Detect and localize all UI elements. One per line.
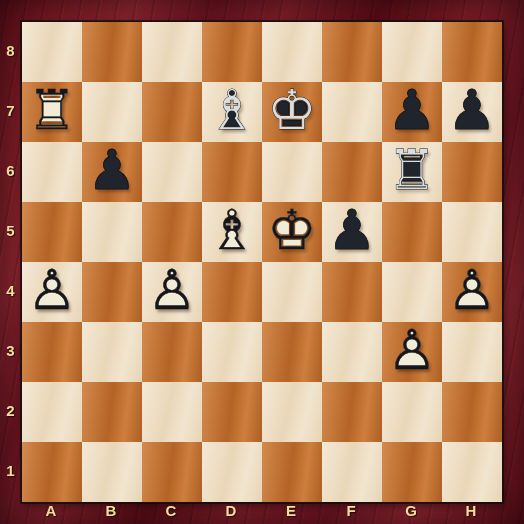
file-label-d: D xyxy=(201,501,261,524)
rank-label-6: 6 xyxy=(0,141,21,201)
square-c8[interactable] xyxy=(142,22,202,82)
square-b6[interactable]: ♟ xyxy=(82,142,142,202)
black-pawn-h7[interactable]: ♟ xyxy=(442,80,502,140)
square-f7[interactable] xyxy=(322,82,382,142)
square-a5[interactable] xyxy=(22,202,82,262)
black-pawn-f5[interactable]: ♟ xyxy=(322,200,382,260)
white-pawn-g3[interactable]: ♟ xyxy=(382,320,442,380)
rank-label-3: 3 xyxy=(0,321,21,381)
white-rook-a7[interactable]: ♜ xyxy=(22,80,82,140)
square-c1[interactable] xyxy=(142,442,202,502)
square-c6[interactable] xyxy=(142,142,202,202)
rank-label-1: 1 xyxy=(0,441,21,501)
piece-outline: ♙ xyxy=(382,320,442,380)
square-b8[interactable] xyxy=(82,22,142,82)
square-f1[interactable] xyxy=(322,442,382,502)
square-g2[interactable] xyxy=(382,382,442,442)
square-f5[interactable]: ♟ xyxy=(322,202,382,262)
square-e6[interactable] xyxy=(262,142,322,202)
file-label-c: C xyxy=(141,501,201,524)
rank-labels: 87654321 xyxy=(0,21,21,501)
black-rook-g6[interactable]: ♜ xyxy=(382,140,442,200)
piece-outline: ♗ xyxy=(202,200,262,260)
file-label-f: F xyxy=(321,501,381,524)
square-f3[interactable] xyxy=(322,322,382,382)
square-h7[interactable]: ♟ xyxy=(442,82,502,142)
square-g6[interactable]: ♜♖ xyxy=(382,142,442,202)
piece-outline: ♗ xyxy=(202,80,262,140)
square-g3[interactable]: ♟♙ xyxy=(382,322,442,382)
square-f2[interactable] xyxy=(322,382,382,442)
square-a1[interactable] xyxy=(22,442,82,502)
file-label-b: B xyxy=(81,501,141,524)
file-label-h: H xyxy=(441,501,501,524)
square-c3[interactable] xyxy=(142,322,202,382)
rank-label-2: 2 xyxy=(0,381,21,441)
square-b3[interactable] xyxy=(82,322,142,382)
black-king-e7[interactable]: ♚ xyxy=(262,80,322,140)
piece-outline: ♙ xyxy=(442,260,502,320)
piece-outline: ♔ xyxy=(262,200,322,260)
black-bishop-d7[interactable]: ♝ xyxy=(202,80,262,140)
piece-outline: ♙ xyxy=(142,260,202,320)
square-g1[interactable] xyxy=(382,442,442,502)
square-c7[interactable] xyxy=(142,82,202,142)
square-f6[interactable] xyxy=(322,142,382,202)
square-b4[interactable] xyxy=(82,262,142,322)
square-a7[interactable]: ♜♖ xyxy=(22,82,82,142)
square-e1[interactable] xyxy=(262,442,322,502)
square-f4[interactable] xyxy=(322,262,382,322)
square-a6[interactable] xyxy=(22,142,82,202)
square-c5[interactable] xyxy=(142,202,202,262)
square-d3[interactable] xyxy=(202,322,262,382)
square-e2[interactable] xyxy=(262,382,322,442)
black-pawn-g7[interactable]: ♟ xyxy=(382,80,442,140)
board[interactable]: ♜♖♝♗♚♔♟♟♟♜♖♝♗♚♔♟♟♙♟♙♟♙♟♙ xyxy=(21,21,503,503)
file-label-a: A xyxy=(21,501,81,524)
square-a8[interactable] xyxy=(22,22,82,82)
square-a3[interactable] xyxy=(22,322,82,382)
piece-outline: ♙ xyxy=(22,260,82,320)
piece-outline: ♔ xyxy=(262,80,322,140)
rank-label-8: 8 xyxy=(0,21,21,81)
square-d2[interactable] xyxy=(202,382,262,442)
rank-label-4: 4 xyxy=(0,261,21,321)
square-h3[interactable] xyxy=(442,322,502,382)
white-pawn-a4[interactable]: ♟ xyxy=(22,260,82,320)
square-c2[interactable] xyxy=(142,382,202,442)
square-d5[interactable]: ♝♗ xyxy=(202,202,262,262)
square-b2[interactable] xyxy=(82,382,142,442)
white-king-e5[interactable]: ♚ xyxy=(262,200,322,260)
white-bishop-d5[interactable]: ♝ xyxy=(202,200,262,260)
square-d1[interactable] xyxy=(202,442,262,502)
square-f8[interactable] xyxy=(322,22,382,82)
square-g7[interactable]: ♟ xyxy=(382,82,442,142)
square-e5[interactable]: ♚♔ xyxy=(262,202,322,262)
square-d6[interactable] xyxy=(202,142,262,202)
square-h4[interactable]: ♟♙ xyxy=(442,262,502,322)
piece-outline: ♖ xyxy=(382,140,442,200)
black-pawn-b6[interactable]: ♟ xyxy=(82,140,142,200)
square-e8[interactable] xyxy=(262,22,322,82)
square-h6[interactable] xyxy=(442,142,502,202)
square-h1[interactable] xyxy=(442,442,502,502)
square-e7[interactable]: ♚♔ xyxy=(262,82,322,142)
square-h5[interactable] xyxy=(442,202,502,262)
square-d7[interactable]: ♝♗ xyxy=(202,82,262,142)
square-h8[interactable] xyxy=(442,22,502,82)
rank-label-5: 5 xyxy=(0,201,21,261)
square-g4[interactable] xyxy=(382,262,442,322)
white-pawn-h4[interactable]: ♟ xyxy=(442,260,502,320)
square-g5[interactable] xyxy=(382,202,442,262)
square-b5[interactable] xyxy=(82,202,142,262)
file-label-e: E xyxy=(261,501,321,524)
square-b1[interactable] xyxy=(82,442,142,502)
square-e3[interactable] xyxy=(262,322,322,382)
square-d4[interactable] xyxy=(202,262,262,322)
square-h2[interactable] xyxy=(442,382,502,442)
square-c4[interactable]: ♟♙ xyxy=(142,262,202,322)
square-e4[interactable] xyxy=(262,262,322,322)
square-a4[interactable]: ♟♙ xyxy=(22,262,82,322)
piece-outline: ♖ xyxy=(22,80,82,140)
chess-board-window: 87654321 ♜♖♝♗♚♔♟♟♟♜♖♝♗♚♔♟♟♙♟♙♟♙♟♙ ABCDEF… xyxy=(0,0,524,524)
rank-label-7: 7 xyxy=(0,81,21,141)
file-label-g: G xyxy=(381,501,441,524)
square-b7[interactable] xyxy=(82,82,142,142)
square-d8[interactable] xyxy=(202,22,262,82)
file-labels: ABCDEFGH xyxy=(21,501,501,524)
square-a2[interactable] xyxy=(22,382,82,442)
white-pawn-c4[interactable]: ♟ xyxy=(142,260,202,320)
square-g8[interactable] xyxy=(382,22,442,82)
